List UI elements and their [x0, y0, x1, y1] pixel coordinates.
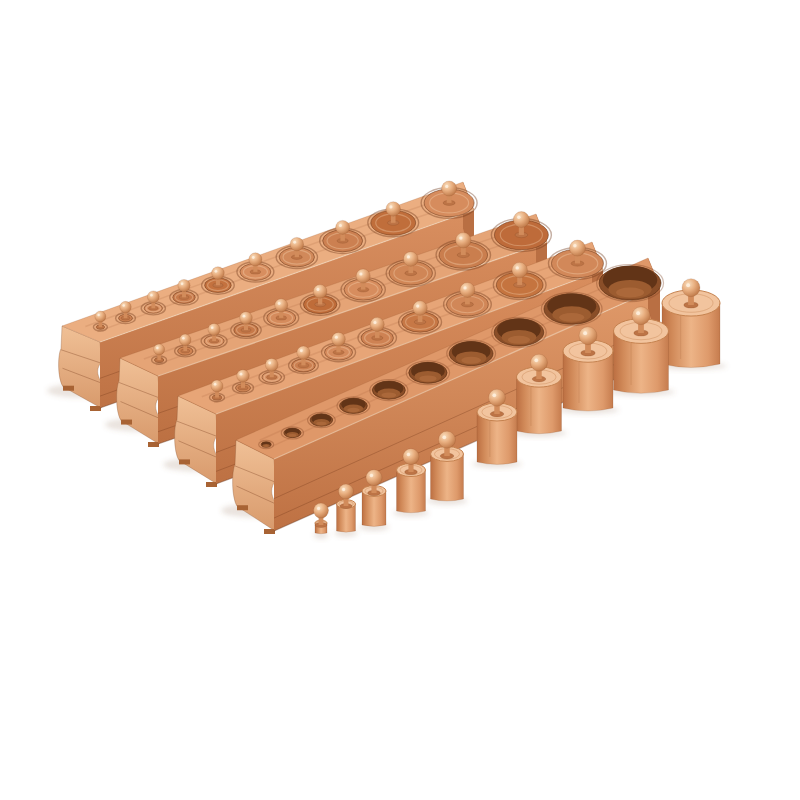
- block-4-empty-socket-5: [370, 380, 408, 401]
- cylinder-knob: [332, 332, 346, 354]
- cylinder-knob: [297, 346, 310, 368]
- cylinder-knob: [240, 312, 253, 333]
- cylinder-knob: [120, 301, 131, 320]
- block-4-empty-socket-6: [406, 361, 449, 385]
- block-4-empty-socket-3: [308, 412, 336, 427]
- cylinder-knob: [579, 327, 597, 356]
- cylinder-knob: [147, 291, 159, 310]
- block-4-empty-socket-10: [597, 265, 664, 302]
- cylinder-knob: [403, 449, 419, 475]
- cylinder-knob: [632, 307, 650, 336]
- cylinder-knob: [456, 233, 471, 258]
- cylinder-knob: [212, 267, 225, 288]
- block-2-foot: [148, 442, 159, 447]
- cylinder-knob: [531, 354, 548, 382]
- cylinder-knob: [682, 279, 700, 308]
- block-1-foot: [63, 386, 74, 391]
- block-4-empty-socket-9: [541, 292, 602, 325]
- cylinder-knob: [237, 370, 249, 390]
- cylinder-knob: [512, 262, 527, 287]
- cylinder-knob: [413, 301, 428, 325]
- cylinder-knob: [314, 503, 329, 527]
- cylinder-knob: [366, 470, 382, 496]
- cylinder-knob: [442, 181, 457, 205]
- block-1-foot: [90, 406, 101, 411]
- cylinder-knob: [339, 484, 354, 508]
- free-cylinder-1: [314, 503, 329, 539]
- cylinder-knob: [211, 380, 223, 400]
- cylinder-knob: [403, 252, 418, 276]
- block-4-empty-socket-7: [447, 340, 496, 367]
- cylinder-knob: [208, 323, 220, 343]
- cylinder-knob: [154, 344, 165, 362]
- cylinder-blocks-scene: [0, 0, 800, 800]
- block-2-foot: [121, 420, 132, 425]
- cylinder-knob: [249, 253, 262, 274]
- cylinder-knob: [275, 299, 288, 320]
- cylinder-knob: [95, 311, 106, 329]
- block-3-foot: [206, 482, 217, 487]
- cylinder-knob: [313, 285, 327, 307]
- cylinder-knob: [513, 212, 529, 238]
- cylinder-knob: [336, 220, 350, 243]
- block-4-foot: [264, 529, 275, 534]
- cylinder-knob: [290, 237, 304, 259]
- cylinder-knob: [460, 283, 475, 307]
- block-4-empty-socket-8: [492, 317, 547, 347]
- block-4-foot: [237, 505, 248, 510]
- block-4-empty-socket-1: [259, 440, 274, 448]
- cylinder-knob: [439, 431, 456, 459]
- cylinder-knob: [489, 389, 506, 417]
- cylinder-knob: [265, 358, 278, 379]
- cylinder-knob: [356, 269, 370, 292]
- cylinder-knob: [178, 279, 190, 299]
- cylinder-knob: [370, 317, 384, 340]
- cylinder-knob: [179, 334, 191, 353]
- cylinder-knob: [386, 202, 400, 226]
- cylinder-knob: [569, 240, 585, 266]
- block-4-empty-socket-4: [337, 397, 370, 415]
- block-4-empty-socket-2: [281, 427, 303, 439]
- product-photo-montessori-cylinder-blocks: [0, 0, 800, 800]
- block-3-foot: [179, 459, 190, 464]
